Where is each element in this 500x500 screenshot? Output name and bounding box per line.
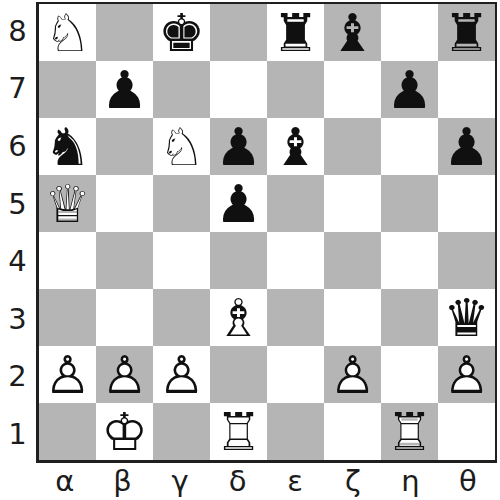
square-a5[interactable]: ♛♕ [39,175,96,232]
square-b1[interactable]: ♚♔ [96,403,153,460]
black-pawn-icon[interactable]: ♟ [210,175,267,232]
rank-label-7: 7 [0,60,35,118]
black-rook-icon[interactable]: ♜ [267,4,324,61]
piece-outline: ♘ [153,118,210,175]
square-h8[interactable]: ♜ [438,4,495,61]
piece-solid: ♚ [153,4,210,61]
rank-label-8: 8 [0,2,35,60]
black-bishop-icon[interactable]: ♝ [324,4,381,61]
square-d6[interactable]: ♟ [210,118,267,175]
square-e8[interactable]: ♜ [267,4,324,61]
square-b7[interactable]: ♟ [96,61,153,118]
white-pawn-icon[interactable]: ♟♙ [438,346,495,403]
rank-label-5: 5 [0,175,35,233]
square-f4[interactable] [324,232,381,289]
square-c1[interactable] [153,403,210,460]
piece-outline: ♖ [210,403,267,460]
square-g4[interactable] [381,232,438,289]
square-f7[interactable] [324,61,381,118]
square-b2[interactable]: ♟♙ [96,346,153,403]
black-queen-icon[interactable]: ♛ [438,289,495,346]
black-pawn-icon[interactable]: ♟ [438,118,495,175]
piece-solid: ♟ [438,118,495,175]
square-h3[interactable]: ♛ [438,289,495,346]
square-a7[interactable] [39,61,96,118]
white-pawn-icon[interactable]: ♟♙ [39,346,96,403]
black-rook-icon[interactable]: ♜ [438,4,495,61]
piece-solid: ♜ [438,4,495,61]
black-king-icon[interactable]: ♚ [153,4,210,61]
square-a8[interactable]: ♞♘ [39,4,96,61]
square-b5[interactable] [96,175,153,232]
chess-diagram: 87654321 ♞♘♚♜♝♜♟♟♞♞♘♟♝♟♛♕♟♝♗♛♟♙♟♙♟♙♟♙♟♙♚… [0,0,500,500]
piece-outline: ♗ [210,289,267,346]
square-d5[interactable]: ♟ [210,175,267,232]
square-g5[interactable] [381,175,438,232]
piece-outline: ♘ [39,4,96,61]
square-f8[interactable]: ♝ [324,4,381,61]
piece-solid: ♛ [438,289,495,346]
black-bishop-icon[interactable]: ♝ [267,118,324,175]
square-e7[interactable] [267,61,324,118]
file-label-e: ε [266,462,324,500]
piece-solid: ♞ [39,118,96,175]
square-e4[interactable] [267,232,324,289]
rank-label-6: 6 [0,117,35,175]
black-pawn-icon[interactable]: ♟ [96,61,153,118]
square-c7[interactable] [153,61,210,118]
white-knight-icon[interactable]: ♞♘ [39,4,96,61]
file-label-f: ζ [324,462,382,500]
square-e6[interactable]: ♝ [267,118,324,175]
file-labels: αβγδεζηθ [36,462,497,500]
file-label-g: η [382,462,440,500]
file-label-h: θ [439,462,497,500]
square-h6[interactable]: ♟ [438,118,495,175]
piece-outline: ♙ [96,346,153,403]
square-a6[interactable]: ♞ [39,118,96,175]
white-king-icon[interactable]: ♚♔ [96,403,153,460]
square-b8[interactable] [96,4,153,61]
square-e2[interactable] [267,346,324,403]
square-h5[interactable] [438,175,495,232]
black-knight-icon[interactable]: ♞ [39,118,96,175]
piece-outline: ♖ [381,403,438,460]
square-e5[interactable] [267,175,324,232]
rank-label-4: 4 [0,232,35,290]
piece-solid: ♟ [210,118,267,175]
file-label-a: α [36,462,94,500]
square-e1[interactable] [267,403,324,460]
square-d7[interactable] [210,61,267,118]
black-pawn-icon[interactable]: ♟ [381,61,438,118]
piece-solid: ♝ [324,4,381,61]
square-b4[interactable] [96,232,153,289]
white-bishop-icon[interactable]: ♝♗ [210,289,267,346]
square-c2[interactable]: ♟♙ [153,346,210,403]
rank-labels: 87654321 [0,2,35,463]
piece-outline: ♙ [324,346,381,403]
square-c4[interactable] [153,232,210,289]
square-f1[interactable] [324,403,381,460]
square-g7[interactable]: ♟ [381,61,438,118]
piece-solid: ♟ [210,175,267,232]
white-pawn-icon[interactable]: ♟♙ [96,346,153,403]
square-f2[interactable]: ♟♙ [324,346,381,403]
piece-outline: ♔ [96,403,153,460]
square-f6[interactable] [324,118,381,175]
black-pawn-icon[interactable]: ♟ [210,118,267,175]
square-g8[interactable] [381,4,438,61]
square-g2[interactable] [381,346,438,403]
square-h1[interactable] [438,403,495,460]
square-a3[interactable] [39,289,96,346]
square-d1[interactable]: ♜♖ [210,403,267,460]
white-pawn-icon[interactable]: ♟♙ [153,346,210,403]
square-h7[interactable] [438,61,495,118]
square-d3[interactable]: ♝♗ [210,289,267,346]
rank-label-2: 2 [0,348,35,406]
piece-outline: ♙ [153,346,210,403]
square-d4[interactable] [210,232,267,289]
white-rook-icon[interactable]: ♜♖ [210,403,267,460]
piece-solid: ♜ [267,4,324,61]
piece-solid: ♟ [96,61,153,118]
file-label-d: δ [209,462,267,500]
square-f5[interactable] [324,175,381,232]
square-h4[interactable] [438,232,495,289]
piece-outline: ♕ [39,175,96,232]
square-g6[interactable] [381,118,438,175]
square-d8[interactable] [210,4,267,61]
square-f3[interactable] [324,289,381,346]
square-a4[interactable] [39,232,96,289]
piece-solid: ♟ [381,61,438,118]
square-a2[interactable]: ♟♙ [39,346,96,403]
square-b3[interactable] [96,289,153,346]
rank-label-1: 1 [0,405,35,463]
square-e3[interactable] [267,289,324,346]
piece-outline: ♙ [438,346,495,403]
square-h2[interactable]: ♟♙ [438,346,495,403]
file-label-b: β [94,462,152,500]
square-g3[interactable] [381,289,438,346]
piece-outline: ♙ [39,346,96,403]
white-queen-icon[interactable]: ♛♕ [39,175,96,232]
white-rook-icon[interactable]: ♜♖ [381,403,438,460]
rank-label-3: 3 [0,290,35,348]
chess-board[interactable]: ♞♘♚♜♝♜♟♟♞♞♘♟♝♟♛♕♟♝♗♛♟♙♟♙♟♙♟♙♟♙♚♔♜♖♜♖ [36,2,497,463]
square-c5[interactable] [153,175,210,232]
square-c6[interactable]: ♞♘ [153,118,210,175]
square-c8[interactable]: ♚ [153,4,210,61]
square-c3[interactable] [153,289,210,346]
piece-solid: ♝ [267,118,324,175]
square-b6[interactable] [96,118,153,175]
square-a1[interactable] [39,403,96,460]
file-label-c: γ [151,462,209,500]
square-d2[interactable] [210,346,267,403]
white-knight-icon[interactable]: ♞♘ [153,118,210,175]
square-g1[interactable]: ♜♖ [381,403,438,460]
white-pawn-icon[interactable]: ♟♙ [324,346,381,403]
